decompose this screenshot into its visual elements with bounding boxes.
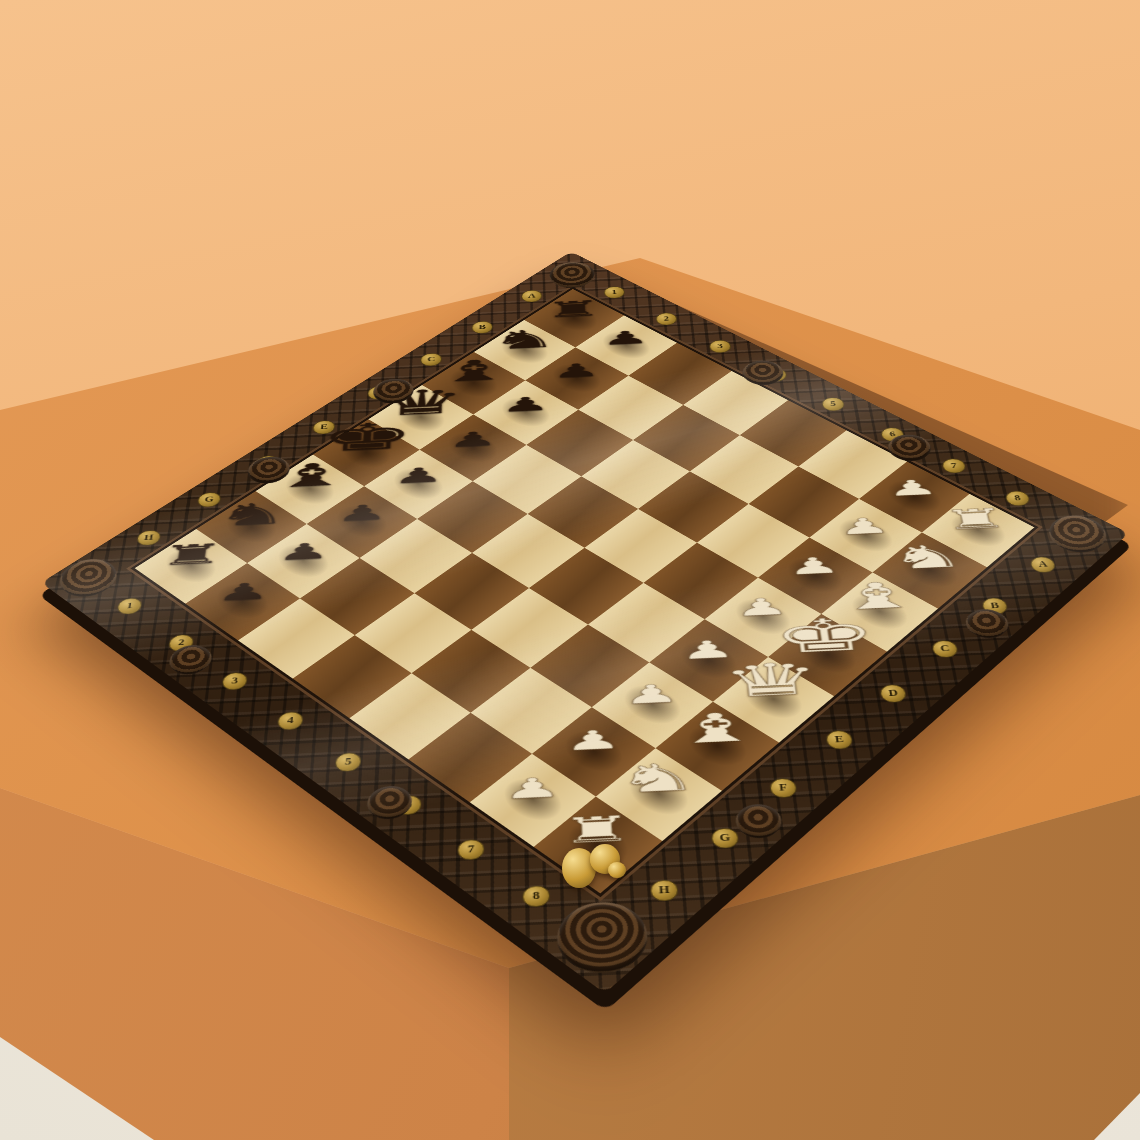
square-h3[interactable]: [238, 598, 355, 678]
square-h7[interactable]: ♟: [470, 754, 596, 847]
piece-shadow: [678, 718, 758, 774]
piece-shadow: [493, 770, 574, 829]
coord-label-rank-7-near: 7: [457, 839, 484, 861]
piece-dark-pawn-h2[interactable]: ♟: [171, 577, 315, 606]
square-b8[interactable]: ♞: [873, 532, 988, 608]
scene: ♜♟♟♜♞♟♟♞♝♟♟♝♛♟♟♚♚♟♟♛♝♟♟♝♞♟♟♞♜♟♟♜ 1122334…: [0, 0, 1140, 1140]
piece-light-pawn-h7[interactable]: ♟: [455, 771, 611, 805]
piece-light-queen-e8[interactable]: ♛: [695, 655, 849, 706]
clasp-knob-small-icon: [608, 862, 626, 878]
piece-shadow: [670, 634, 747, 686]
piece-shadow: [789, 629, 866, 681]
coord-label-file-a-near: A: [1029, 556, 1058, 573]
square-g8[interactable]: ♞: [596, 748, 722, 841]
square-f5[interactable]: [471, 588, 588, 668]
piece-shadow: [725, 592, 801, 642]
piece-light-king-d8[interactable]: ♚: [749, 610, 902, 661]
carved-rosette-icon: [958, 604, 1017, 644]
coord-label-rank-5-near: 5: [334, 752, 361, 772]
piece-light-knight-g8[interactable]: ♞: [579, 755, 737, 800]
piece-light-bishop-f8[interactable]: ♝: [639, 705, 795, 752]
piece-shadow: [613, 678, 691, 732]
coord-label-file-h-near: H: [650, 879, 679, 902]
piece-light-pawn-e7[interactable]: ♟: [634, 634, 783, 665]
coord-label-rank-5-far: 5: [821, 397, 846, 412]
piece-light-pawn-d7[interactable]: ♟: [689, 592, 836, 622]
coord-label-file-c-near: C: [931, 640, 960, 659]
piece-shadow: [554, 723, 633, 779]
piece-light-pawn-f7[interactable]: ♟: [576, 678, 727, 710]
square-e8[interactable]: ♛: [713, 657, 834, 743]
square-g7[interactable]: ♟: [532, 707, 656, 796]
piece-shadow: [618, 765, 699, 824]
square-f8[interactable]: ♝: [656, 702, 780, 791]
coord-label-rank-3-far: 3: [709, 340, 732, 354]
square-g4[interactable]: [355, 593, 472, 673]
coord-label-rank-4-near: 4: [277, 711, 304, 730]
coord-label-rank-3-near: 3: [221, 672, 248, 691]
piece-light-knight-b8[interactable]: ♞: [854, 538, 1001, 576]
square-e6[interactable]: [588, 583, 705, 663]
square-g5[interactable]: [412, 630, 531, 713]
coord-label-file-d-near: D: [879, 684, 908, 703]
square-g6[interactable]: [471, 668, 592, 754]
square-h6[interactable]: [408, 713, 532, 803]
square-f6[interactable]: [530, 625, 649, 708]
coord-label-file-g-near: G: [710, 827, 739, 849]
coord-label-rank-7-far: 7: [941, 458, 968, 474]
square-h4[interactable]: [293, 635, 412, 718]
square-d8[interactable]: ♚: [768, 614, 887, 696]
square-h5[interactable]: [349, 673, 470, 759]
coord-label-rank-1-near: 1: [116, 597, 143, 615]
coord-label-rank-2-far: 2: [655, 312, 677, 325]
coord-label-rank-8-near: 8: [522, 885, 550, 908]
coord-label-file-f-near: F: [769, 778, 798, 799]
piece-shadow: [734, 672, 812, 726]
square-e7[interactable]: ♟: [649, 619, 768, 701]
brass-clasp[interactable]: [558, 842, 632, 900]
carved-rosette-icon: [358, 779, 421, 826]
coord-label-file-e-near: E: [825, 730, 854, 750]
square-f7[interactable]: ♟: [592, 662, 713, 748]
piece-light-pawn-g7[interactable]: ♟: [517, 724, 670, 757]
